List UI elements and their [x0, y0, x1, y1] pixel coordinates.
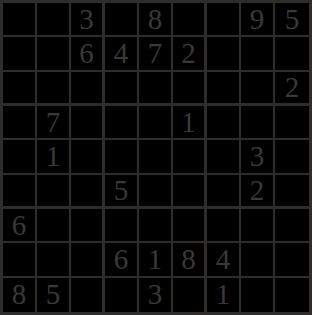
cell-r7c1-given[interactable]: 6 [3, 209, 37, 243]
cell-r7c8[interactable] [241, 209, 275, 243]
cell-r6c4-given[interactable]: 5 [105, 175, 139, 209]
cell-r2c6-given[interactable]: 2 [173, 37, 207, 71]
cell-r6c5[interactable] [139, 175, 173, 209]
cell-r5c5[interactable] [139, 140, 173, 174]
cell-r1c5-given[interactable]: 8 [139, 3, 173, 37]
cell-r8c6-given[interactable]: 8 [173, 243, 207, 277]
cell-r3c4[interactable] [105, 72, 139, 106]
cell-r7c5[interactable] [139, 209, 173, 243]
cell-r8c7-given[interactable]: 4 [207, 243, 241, 277]
cell-r2c8[interactable] [241, 37, 275, 71]
cell-r9c7-given[interactable]: 1 [207, 278, 241, 312]
cell-r4c5[interactable] [139, 106, 173, 140]
cell-r9c1-given[interactable]: 8 [3, 278, 37, 312]
cell-r6c7[interactable] [207, 175, 241, 209]
cell-r4c8[interactable] [241, 106, 275, 140]
cell-r5c6[interactable] [173, 140, 207, 174]
cell-r3c1[interactable] [3, 72, 37, 106]
sudoku-screenshot: 389564722711352661848531 [0, 0, 312, 315]
cell-r5c1[interactable] [3, 140, 37, 174]
cell-r9c6[interactable] [173, 278, 207, 312]
cell-r8c1[interactable] [3, 243, 37, 277]
cell-r9c8[interactable] [241, 278, 275, 312]
cell-r6c3[interactable] [71, 175, 105, 209]
cell-r6c6[interactable] [173, 175, 207, 209]
cell-r5c3[interactable] [71, 140, 105, 174]
cell-r4c2-given[interactable]: 7 [37, 106, 71, 140]
cell-r8c5-given[interactable]: 1 [139, 243, 173, 277]
cell-r9c5-given[interactable]: 3 [139, 278, 173, 312]
cell-r1c9-given[interactable]: 5 [275, 3, 309, 37]
cell-r7c4[interactable] [105, 209, 139, 243]
cell-r2c2[interactable] [37, 37, 71, 71]
cell-r5c7[interactable] [207, 140, 241, 174]
cell-r4c4[interactable] [105, 106, 139, 140]
cell-r6c1[interactable] [3, 175, 37, 209]
cell-r2c1[interactable] [3, 37, 37, 71]
cell-r2c9[interactable] [275, 37, 309, 71]
cell-r3c6[interactable] [173, 72, 207, 106]
cell-r3c8[interactable] [241, 72, 275, 106]
cell-r2c3-given[interactable]: 6 [71, 37, 105, 71]
cell-r1c6[interactable] [173, 3, 207, 37]
cell-r9c3[interactable] [71, 278, 105, 312]
cell-r1c2[interactable] [37, 3, 71, 37]
cell-r4c6-given[interactable]: 1 [173, 106, 207, 140]
cell-r1c4[interactable] [105, 3, 139, 37]
cell-r7c2[interactable] [37, 209, 71, 243]
cell-r2c7[interactable] [207, 37, 241, 71]
cell-r5c9[interactable] [275, 140, 309, 174]
cell-r6c8-given[interactable]: 2 [241, 175, 275, 209]
cell-r6c9[interactable] [275, 175, 309, 209]
cell-r8c9[interactable] [275, 243, 309, 277]
cell-r3c2[interactable] [37, 72, 71, 106]
cell-r2c5-given[interactable]: 7 [139, 37, 173, 71]
cell-r3c7[interactable] [207, 72, 241, 106]
cell-r6c2[interactable] [37, 175, 71, 209]
cell-r8c8[interactable] [241, 243, 275, 277]
cell-r8c4-given[interactable]: 6 [105, 243, 139, 277]
cell-r9c4[interactable] [105, 278, 139, 312]
cell-r3c9-given[interactable]: 2 [275, 72, 309, 106]
cell-r8c3[interactable] [71, 243, 105, 277]
cell-r1c1[interactable] [3, 3, 37, 37]
cell-r5c4[interactable] [105, 140, 139, 174]
cell-r1c3-given[interactable]: 3 [71, 3, 105, 37]
cell-r7c6[interactable] [173, 209, 207, 243]
cell-r4c1[interactable] [3, 106, 37, 140]
cell-r7c7[interactable] [207, 209, 241, 243]
cell-r8c2[interactable] [37, 243, 71, 277]
cell-r3c3[interactable] [71, 72, 105, 106]
cell-r5c8-given[interactable]: 3 [241, 140, 275, 174]
cell-r1c8-given[interactable]: 9 [241, 3, 275, 37]
cell-r7c9[interactable] [275, 209, 309, 243]
sudoku-board: 389564722711352661848531 [0, 0, 312, 315]
cell-r9c2-given[interactable]: 5 [37, 278, 71, 312]
cell-r3c5[interactable] [139, 72, 173, 106]
cell-r1c7[interactable] [207, 3, 241, 37]
cell-r2c4-given[interactable]: 4 [105, 37, 139, 71]
cell-r5c2-given[interactable]: 1 [37, 140, 71, 174]
cell-r4c7[interactable] [207, 106, 241, 140]
cell-r4c3[interactable] [71, 106, 105, 140]
cell-r9c9[interactable] [275, 278, 309, 312]
cell-r7c3[interactable] [71, 209, 105, 243]
cell-r4c9[interactable] [275, 106, 309, 140]
